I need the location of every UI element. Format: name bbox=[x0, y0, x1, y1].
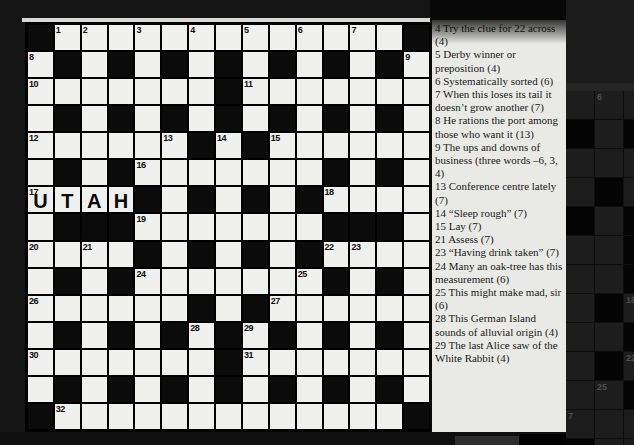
grid-cell-black bbox=[55, 377, 80, 402]
background-cell bbox=[566, 149, 594, 177]
grid-cell-black bbox=[350, 214, 375, 239]
cell-letter: T bbox=[55, 187, 80, 212]
grid-cell[interactable] bbox=[297, 350, 322, 375]
cell-number: 9 bbox=[405, 52, 410, 62]
grid-cell[interactable] bbox=[270, 350, 295, 375]
cell-number: 31 bbox=[244, 350, 253, 360]
grid-cell[interactable] bbox=[189, 160, 214, 185]
background-cell bbox=[566, 265, 594, 293]
cell-number: 8 bbox=[29, 52, 34, 62]
grid-cell[interactable]: 18 bbox=[324, 187, 349, 212]
grid-cell[interactable] bbox=[324, 25, 349, 50]
grid-cell[interactable] bbox=[162, 296, 187, 321]
grid-cell[interactable]: 20 bbox=[28, 242, 53, 267]
cell-number: 26 bbox=[29, 296, 38, 306]
grid-cell[interactable] bbox=[135, 323, 160, 348]
background-cell: 22 bbox=[624, 352, 634, 380]
grid-cell[interactable] bbox=[216, 187, 241, 212]
grid-cell[interactable] bbox=[82, 160, 107, 185]
clue-item: 21 Assess (7) bbox=[435, 233, 565, 246]
background-cell: 18 bbox=[624, 294, 634, 322]
grid-cell[interactable] bbox=[162, 187, 187, 212]
grid-cell-black bbox=[216, 52, 241, 77]
grid-cell[interactable] bbox=[82, 296, 107, 321]
clue-item: 15 Lay (7) bbox=[435, 220, 565, 233]
background-cell-black bbox=[595, 178, 623, 206]
grid-cell[interactable] bbox=[82, 269, 107, 294]
grid-cell[interactable]: 9 bbox=[404, 52, 429, 77]
grid-cell[interactable]: 4 bbox=[189, 25, 214, 50]
grid-cell[interactable] bbox=[297, 323, 322, 348]
grid-cell[interactable]: 29 bbox=[243, 323, 268, 348]
grid-cell[interactable] bbox=[297, 79, 322, 104]
grid-cell[interactable] bbox=[109, 25, 134, 50]
cell-number: 7 bbox=[351, 25, 356, 35]
grid-cell[interactable] bbox=[350, 52, 375, 77]
grid-cell[interactable] bbox=[270, 160, 295, 185]
grid-cell[interactable] bbox=[28, 214, 53, 239]
grid-cell[interactable] bbox=[82, 323, 107, 348]
grid-cell[interactable] bbox=[189, 79, 214, 104]
background-cell-number: 7 bbox=[568, 411, 573, 421]
grid-cell[interactable] bbox=[216, 25, 241, 50]
grid-cell-black bbox=[55, 160, 80, 185]
grid-cell[interactable] bbox=[350, 269, 375, 294]
grid-cell[interactable]: 7 bbox=[350, 25, 375, 50]
grid-cell[interactable] bbox=[55, 350, 80, 375]
grid-cell[interactable] bbox=[243, 269, 268, 294]
grid-cell[interactable]: 15 bbox=[270, 133, 295, 158]
background-cell bbox=[566, 236, 594, 264]
grid-cell[interactable] bbox=[404, 133, 429, 158]
background-cell bbox=[566, 323, 594, 351]
cell-number: 32 bbox=[56, 404, 65, 414]
grid-cell[interactable] bbox=[189, 350, 214, 375]
grid-cell[interactable] bbox=[270, 242, 295, 267]
grid-cell[interactable] bbox=[135, 79, 160, 104]
grid-cell-black bbox=[377, 269, 402, 294]
grid-cell[interactable] bbox=[324, 350, 349, 375]
grid-cell[interactable] bbox=[82, 350, 107, 375]
grid-cell-black bbox=[109, 269, 134, 294]
cell-number: 13 bbox=[163, 133, 172, 143]
grid-cell[interactable] bbox=[55, 79, 80, 104]
grid-cell[interactable] bbox=[216, 404, 241, 429]
grid-cell[interactable] bbox=[350, 133, 375, 158]
grid-cell[interactable] bbox=[189, 377, 214, 402]
clue-item: 13 Conference centre lately (7) bbox=[435, 180, 565, 206]
cell-number: 15 bbox=[271, 133, 280, 143]
grid-cell[interactable]: 22 bbox=[324, 242, 349, 267]
grid-cell-black bbox=[216, 350, 241, 375]
grid-cell-black bbox=[28, 25, 53, 50]
background-cell bbox=[595, 149, 623, 177]
grid-cell[interactable] bbox=[216, 242, 241, 267]
grid-cell[interactable]: 12 bbox=[28, 133, 53, 158]
grid-cell[interactable] bbox=[135, 106, 160, 131]
grid-cell[interactable] bbox=[135, 377, 160, 402]
grid-cell[interactable]: 11 bbox=[243, 79, 268, 104]
grid-cell[interactable]: 26 bbox=[28, 296, 53, 321]
clue-item: 9 The ups and downs of business (three w… bbox=[435, 141, 565, 181]
grid-cell[interactable] bbox=[162, 25, 187, 50]
panel-top-shadow-block bbox=[430, 0, 566, 20]
background-cell-black bbox=[566, 120, 594, 148]
grid-cell[interactable] bbox=[216, 296, 241, 321]
grid-cell-black bbox=[324, 377, 349, 402]
grid-cell[interactable] bbox=[324, 79, 349, 104]
grid-cell-black bbox=[404, 25, 429, 50]
grid-cell[interactable] bbox=[189, 52, 214, 77]
grid-cell[interactable] bbox=[109, 79, 134, 104]
screenshot-root: 1234567891011121314151617UTAH18192021222… bbox=[0, 0, 634, 445]
grid-cell[interactable]: A bbox=[82, 187, 107, 212]
background-cell bbox=[566, 352, 594, 380]
grid-cell[interactable]: 31 bbox=[243, 350, 268, 375]
background-cell bbox=[624, 149, 634, 177]
grid-cell[interactable] bbox=[297, 133, 322, 158]
grid-cell[interactable] bbox=[270, 25, 295, 50]
grid-cell[interactable] bbox=[82, 133, 107, 158]
grid-cell[interactable]: 8 bbox=[28, 52, 53, 77]
grid-cell[interactable] bbox=[270, 269, 295, 294]
background-cell bbox=[624, 410, 634, 438]
grid-cell[interactable] bbox=[377, 25, 402, 50]
grid-cell[interactable]: 14 bbox=[216, 133, 241, 158]
grid-cell-black bbox=[243, 242, 268, 267]
grid-cell[interactable] bbox=[82, 404, 107, 429]
grid-cell-black bbox=[270, 106, 295, 131]
background-cell-black bbox=[566, 439, 594, 445]
grid-cell[interactable] bbox=[243, 52, 268, 77]
grid-cell[interactable]: 19 bbox=[135, 214, 160, 239]
grid-cell-black bbox=[243, 296, 268, 321]
grid-cell[interactable] bbox=[270, 79, 295, 104]
background-cell bbox=[566, 381, 594, 409]
grid-cell-black bbox=[297, 187, 322, 212]
grid-cell[interactable] bbox=[404, 269, 429, 294]
background-cell-black bbox=[566, 207, 594, 235]
grid-cell[interactable] bbox=[28, 160, 53, 185]
grid-cell[interactable] bbox=[377, 133, 402, 158]
grid-cell[interactable] bbox=[82, 106, 107, 131]
grid-cell-black bbox=[377, 52, 402, 77]
clue-item: 5 Derby winner or preposition (4) bbox=[435, 48, 565, 74]
grid-cell-black bbox=[270, 323, 295, 348]
cell-number: 29 bbox=[244, 323, 253, 333]
grid-cell-black bbox=[55, 214, 80, 239]
grid-cell[interactable] bbox=[350, 350, 375, 375]
background-cell-black bbox=[624, 120, 634, 148]
background-cell: 25 bbox=[595, 381, 623, 409]
grid-cell[interactable] bbox=[109, 350, 134, 375]
cell-number: 10 bbox=[29, 79, 38, 89]
grid-cell-black bbox=[189, 296, 214, 321]
grid-cell[interactable] bbox=[324, 404, 349, 429]
grid-cell[interactable] bbox=[324, 296, 349, 321]
background-cell bbox=[624, 91, 634, 119]
cell-number: 2 bbox=[83, 25, 88, 35]
cell-number: 28 bbox=[190, 323, 199, 333]
grid-cell[interactable] bbox=[135, 133, 160, 158]
grid-cell[interactable] bbox=[28, 377, 53, 402]
grid-cell[interactable] bbox=[243, 404, 268, 429]
grid-cell[interactable] bbox=[377, 296, 402, 321]
grid-cell-black bbox=[109, 323, 134, 348]
grid-cell[interactable]: 30 bbox=[28, 350, 53, 375]
background-cell-number: 6 bbox=[597, 92, 602, 102]
background-cell-number: 18 bbox=[626, 295, 634, 305]
background-cell bbox=[624, 178, 634, 206]
grid-cell-black bbox=[377, 214, 402, 239]
grid-cell-black bbox=[216, 79, 241, 104]
grid-cell[interactable] bbox=[55, 296, 80, 321]
grid-cell[interactable] bbox=[189, 106, 214, 131]
grid-cell[interactable] bbox=[270, 187, 295, 212]
grid-cell[interactable] bbox=[297, 296, 322, 321]
clue-item: 29 The last Alice saw of the White Rabbi… bbox=[435, 339, 565, 365]
cell-number: 25 bbox=[298, 269, 307, 279]
grid-cell-black bbox=[28, 404, 53, 429]
background-cell bbox=[595, 410, 623, 438]
grid-cell-black bbox=[109, 106, 134, 131]
background-cell bbox=[595, 236, 623, 264]
clue-item: 25 This might make mad, sir (6) bbox=[435, 286, 565, 312]
grid-cell[interactable] bbox=[55, 242, 80, 267]
background-cell bbox=[595, 120, 623, 148]
grid-cell-black bbox=[82, 214, 107, 239]
background-cell bbox=[566, 294, 594, 322]
grid-cell[interactable] bbox=[243, 160, 268, 185]
grid-cell[interactable]: 1 bbox=[55, 25, 80, 50]
grid-cell-black bbox=[377, 106, 402, 131]
grid-cell-black bbox=[324, 106, 349, 131]
grid-cell[interactable] bbox=[109, 133, 134, 158]
grid-cell-black bbox=[55, 323, 80, 348]
grid-cell[interactable] bbox=[243, 377, 268, 402]
clue-item: 28 This German Island sounds of alluvial… bbox=[435, 312, 565, 338]
grid-cell-black bbox=[189, 242, 214, 267]
clue-item: 23 “Having drink taken” (7) bbox=[435, 246, 565, 259]
grid-cell-black bbox=[109, 377, 134, 402]
cell-number: 30 bbox=[29, 350, 38, 360]
grid-cell[interactable] bbox=[162, 404, 187, 429]
grid-cell[interactable]: T bbox=[55, 187, 80, 212]
grid-cell-black bbox=[109, 214, 134, 239]
grid-cell-black bbox=[377, 323, 402, 348]
cell-number: 21 bbox=[83, 242, 92, 252]
grid-cell-black bbox=[216, 377, 241, 402]
grid-cell[interactable] bbox=[404, 323, 429, 348]
grid-cell[interactable] bbox=[350, 323, 375, 348]
grid-cell[interactable] bbox=[109, 242, 134, 267]
grid-cell[interactable] bbox=[404, 296, 429, 321]
grid-cell[interactable] bbox=[297, 214, 322, 239]
grid-cell[interactable] bbox=[109, 404, 134, 429]
grid-cell[interactable]: 3 bbox=[135, 25, 160, 50]
grid-cell-black bbox=[377, 160, 402, 185]
grid-cell[interactable] bbox=[404, 187, 429, 212]
grid-cell-black bbox=[162, 323, 187, 348]
grid-cell[interactable] bbox=[189, 269, 214, 294]
background-cell bbox=[566, 178, 594, 206]
grid-cell[interactable] bbox=[135, 296, 160, 321]
grid-cell-black bbox=[162, 106, 187, 131]
grid-cell[interactable] bbox=[377, 404, 402, 429]
grid-cell[interactable] bbox=[216, 214, 241, 239]
grid-cell[interactable] bbox=[162, 242, 187, 267]
background-cell bbox=[624, 439, 634, 445]
grid-cell[interactable] bbox=[404, 79, 429, 104]
grid-cell[interactable]: 28 bbox=[189, 323, 214, 348]
grid-cell[interactable]: 17U bbox=[28, 187, 53, 212]
grid-cell[interactable] bbox=[135, 404, 160, 429]
grid-cell[interactable] bbox=[270, 404, 295, 429]
grid-cell-black bbox=[162, 52, 187, 77]
grid-cell-black bbox=[404, 404, 429, 429]
grid-cell[interactable] bbox=[162, 269, 187, 294]
clue-item: 8 He rations the port among those who wa… bbox=[435, 114, 565, 140]
grid-cell[interactable]: 24 bbox=[135, 269, 160, 294]
background-cell bbox=[566, 91, 594, 119]
grid-cell[interactable] bbox=[404, 242, 429, 267]
grid-cell[interactable]: 16 bbox=[135, 160, 160, 185]
background-crossword-fragment: 61822257 bbox=[566, 91, 634, 445]
grid-cell-black bbox=[109, 52, 134, 77]
bottom-gray-patch bbox=[455, 436, 519, 445]
grid-cell-black bbox=[243, 133, 268, 158]
background-cell-black bbox=[624, 323, 634, 351]
grid-cell-black bbox=[324, 323, 349, 348]
cell-letter: H bbox=[109, 187, 134, 212]
grid-cell[interactable] bbox=[162, 79, 187, 104]
cell-number: 6 bbox=[298, 25, 303, 35]
grid-cell[interactable] bbox=[350, 296, 375, 321]
crossword-grid: 1234567891011121314151617UTAH18192021222… bbox=[25, 22, 432, 432]
grid-cell-black bbox=[270, 52, 295, 77]
grid-cell[interactable]: 21 bbox=[82, 242, 107, 267]
grid-cell[interactable] bbox=[216, 269, 241, 294]
background-cell: 6 bbox=[595, 91, 623, 119]
grid-cell[interactable] bbox=[28, 323, 53, 348]
grid-cell[interactable] bbox=[350, 106, 375, 131]
grid-cell-black bbox=[377, 377, 402, 402]
grid-cell[interactable] bbox=[135, 350, 160, 375]
grid-cell[interactable] bbox=[162, 214, 187, 239]
grid-cell[interactable] bbox=[82, 79, 107, 104]
grid-cell-black bbox=[324, 52, 349, 77]
grid-cell-black bbox=[135, 187, 160, 212]
cell-number: 1 bbox=[56, 25, 61, 35]
grid-cell-black bbox=[55, 269, 80, 294]
grid-cell[interactable] bbox=[297, 377, 322, 402]
cell-number: 27 bbox=[271, 296, 280, 306]
background-cell-black bbox=[595, 352, 623, 380]
grid-cell[interactable] bbox=[82, 52, 107, 77]
grid-cell[interactable]: 6 bbox=[297, 25, 322, 50]
grid-cell[interactable]: 25 bbox=[297, 269, 322, 294]
grid-cell[interactable] bbox=[350, 160, 375, 185]
clue-item: 4 Try the clue for 22 across (4) bbox=[435, 22, 565, 48]
bottom-black-patch bbox=[519, 434, 566, 445]
cell-number: 14 bbox=[217, 133, 226, 143]
background-cell-black bbox=[624, 381, 634, 409]
grid-cell-black bbox=[324, 269, 349, 294]
grid-cell[interactable] bbox=[55, 133, 80, 158]
grid-cell[interactable] bbox=[297, 160, 322, 185]
background-cell-black bbox=[624, 207, 634, 235]
grid-cell[interactable] bbox=[404, 106, 429, 131]
background-cell: 7 bbox=[566, 410, 594, 438]
grid-cell[interactable]: 32 bbox=[55, 404, 80, 429]
grid-cell[interactable] bbox=[350, 377, 375, 402]
grid-cell[interactable]: 10 bbox=[28, 79, 53, 104]
cell-number: 23 bbox=[351, 242, 360, 252]
grid-cell[interactable] bbox=[404, 350, 429, 375]
cell-number: 16 bbox=[136, 160, 145, 170]
grid-cell[interactable] bbox=[243, 214, 268, 239]
grid-cell[interactable] bbox=[162, 350, 187, 375]
grid-cell[interactable] bbox=[135, 52, 160, 77]
background-cell-black bbox=[624, 236, 634, 264]
grid-cell[interactable] bbox=[350, 79, 375, 104]
grid-cell-black bbox=[270, 377, 295, 402]
grid-cell[interactable]: 23 bbox=[350, 242, 375, 267]
grid-cell[interactable]: H bbox=[109, 187, 134, 212]
cell-number: 5 bbox=[244, 25, 249, 35]
background-dark-area bbox=[566, 0, 634, 85]
grid-cell[interactable] bbox=[297, 52, 322, 77]
grid-cell-black bbox=[55, 106, 80, 131]
grid-cell[interactable] bbox=[270, 214, 295, 239]
grid-cell[interactable] bbox=[216, 160, 241, 185]
clue-item: 6 Systematically sorted (6) bbox=[435, 75, 565, 88]
grid-cell[interactable] bbox=[377, 187, 402, 212]
background-cell-black bbox=[595, 294, 623, 322]
background-cell bbox=[595, 439, 623, 445]
grid-cell[interactable] bbox=[189, 214, 214, 239]
grid-cell-black bbox=[55, 52, 80, 77]
grid-cell[interactable] bbox=[404, 160, 429, 185]
cell-number: 12 bbox=[29, 133, 38, 143]
grid-cell[interactable] bbox=[350, 404, 375, 429]
cell-number: 18 bbox=[325, 187, 334, 197]
grid-cell[interactable] bbox=[377, 79, 402, 104]
grid-cell-black bbox=[324, 214, 349, 239]
grid-cell[interactable] bbox=[243, 106, 268, 131]
grid-cell-black bbox=[189, 187, 214, 212]
grid-cell[interactable] bbox=[297, 404, 322, 429]
grid-cell[interactable] bbox=[377, 242, 402, 267]
grid-cell[interactable] bbox=[324, 133, 349, 158]
grid-cell[interactable] bbox=[28, 106, 53, 131]
grid-cell[interactable] bbox=[28, 269, 53, 294]
grid-cell[interactable]: 2 bbox=[82, 25, 107, 50]
grid-cell[interactable] bbox=[404, 214, 429, 239]
grid-cell[interactable] bbox=[162, 160, 187, 185]
grid-cell[interactable] bbox=[82, 377, 107, 402]
grid-cell[interactable] bbox=[350, 187, 375, 212]
grid-cell[interactable] bbox=[377, 350, 402, 375]
grid-cell[interactable] bbox=[109, 296, 134, 321]
grid-cell[interactable]: 27 bbox=[270, 296, 295, 321]
grid-cell[interactable] bbox=[189, 404, 214, 429]
grid-cell[interactable] bbox=[297, 106, 322, 131]
grid-cell[interactable]: 13 bbox=[162, 133, 187, 158]
cell-letter: A bbox=[82, 187, 107, 212]
grid-cell[interactable] bbox=[404, 377, 429, 402]
grid-cell[interactable]: 5 bbox=[243, 25, 268, 50]
